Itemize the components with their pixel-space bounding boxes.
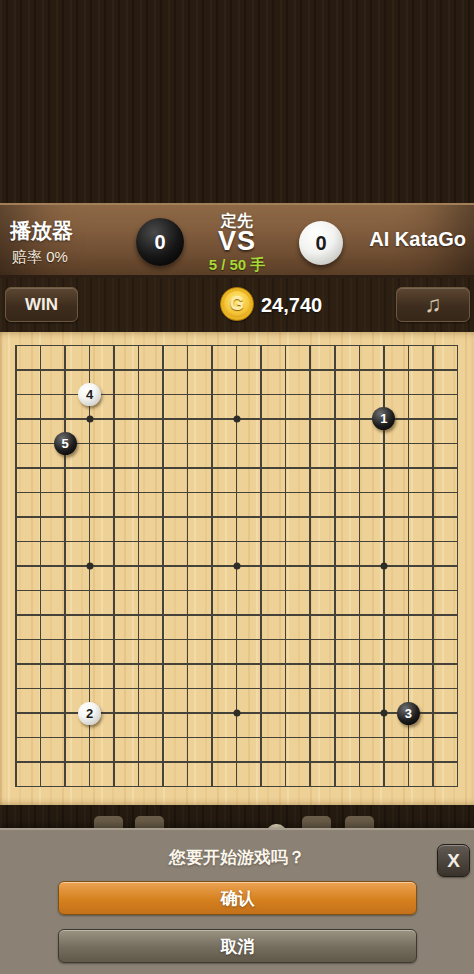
toolbar: WIN G 24,740 ♫ (0, 278, 474, 332)
music-note-icon: ♫ (424, 293, 441, 316)
confirm-button-label: 确认 (221, 887, 255, 910)
coin-letter: G (230, 294, 244, 315)
star-point (86, 415, 93, 422)
star-point (380, 710, 387, 717)
coin-balance: 24,740 (261, 278, 322, 332)
start-game-dialog: 您要开始游戏吗？ X 确认 取消 (0, 828, 474, 974)
grid-line-v (285, 345, 287, 788)
grid-line-v (260, 345, 262, 788)
grid-line-v (334, 345, 336, 788)
star-point (380, 562, 387, 569)
background-top-wood (0, 0, 474, 203)
grid-line-h (15, 590, 458, 592)
left-player-odds: 赔率 0% (12, 248, 68, 267)
music-button[interactable]: ♫ (396, 287, 470, 322)
match-center-info: 定先 VS 5 / 50 手 (177, 205, 297, 280)
stone-black-5: 5 (54, 432, 77, 455)
win-button-label: WIN (25, 295, 58, 315)
white-capture-count: 0 (315, 232, 326, 255)
grid-line-h (15, 786, 458, 788)
close-icon[interactable]: X (437, 844, 470, 877)
stone-black-3: 3 (397, 702, 420, 725)
match-header: 播放器 赔率 0% 0 定先 VS 5 / 50 手 0 AI KataGo (0, 203, 474, 278)
stone-white-2: 2 (78, 702, 101, 725)
right-player-name: AI KataGo (369, 228, 466, 251)
star-point (86, 562, 93, 569)
grid-line-h (15, 761, 458, 763)
coin-icon: G (220, 287, 254, 321)
close-icon-glyph: X (447, 850, 460, 872)
star-point (233, 562, 240, 569)
move-counter: 5 / 50 手 (177, 256, 297, 275)
confirm-button[interactable]: 确认 (58, 881, 417, 915)
go-board[interactable]: 12345 (0, 332, 474, 805)
grid-line-h (15, 639, 458, 641)
grid-line-v (432, 345, 434, 788)
grid-line-h (15, 737, 458, 739)
win-button[interactable]: WIN (5, 287, 78, 322)
grid-line-v (457, 345, 459, 788)
grid-line-h (15, 663, 458, 665)
left-player-name: 播放器 (10, 217, 73, 245)
grid-line-v (359, 345, 361, 788)
grid-line-v (309, 345, 311, 788)
grid-line-h (15, 688, 458, 690)
stone-black-1: 1 (372, 407, 395, 430)
stone-white-4: 4 (78, 383, 101, 406)
cancel-button[interactable]: 取消 (58, 929, 417, 963)
white-capture-counter: 0 (299, 221, 343, 265)
black-capture-count: 0 (154, 231, 165, 254)
cancel-button-label: 取消 (221, 935, 255, 958)
dialog-title: 您要开始游戏吗？ (0, 846, 474, 869)
vs-label: VS (177, 226, 297, 257)
star-point (233, 710, 240, 717)
grid-line-h (15, 614, 458, 616)
star-point (233, 415, 240, 422)
app-screen: 播放器 赔率 0% 0 定先 VS 5 / 50 手 0 AI KataGo W… (0, 0, 474, 974)
